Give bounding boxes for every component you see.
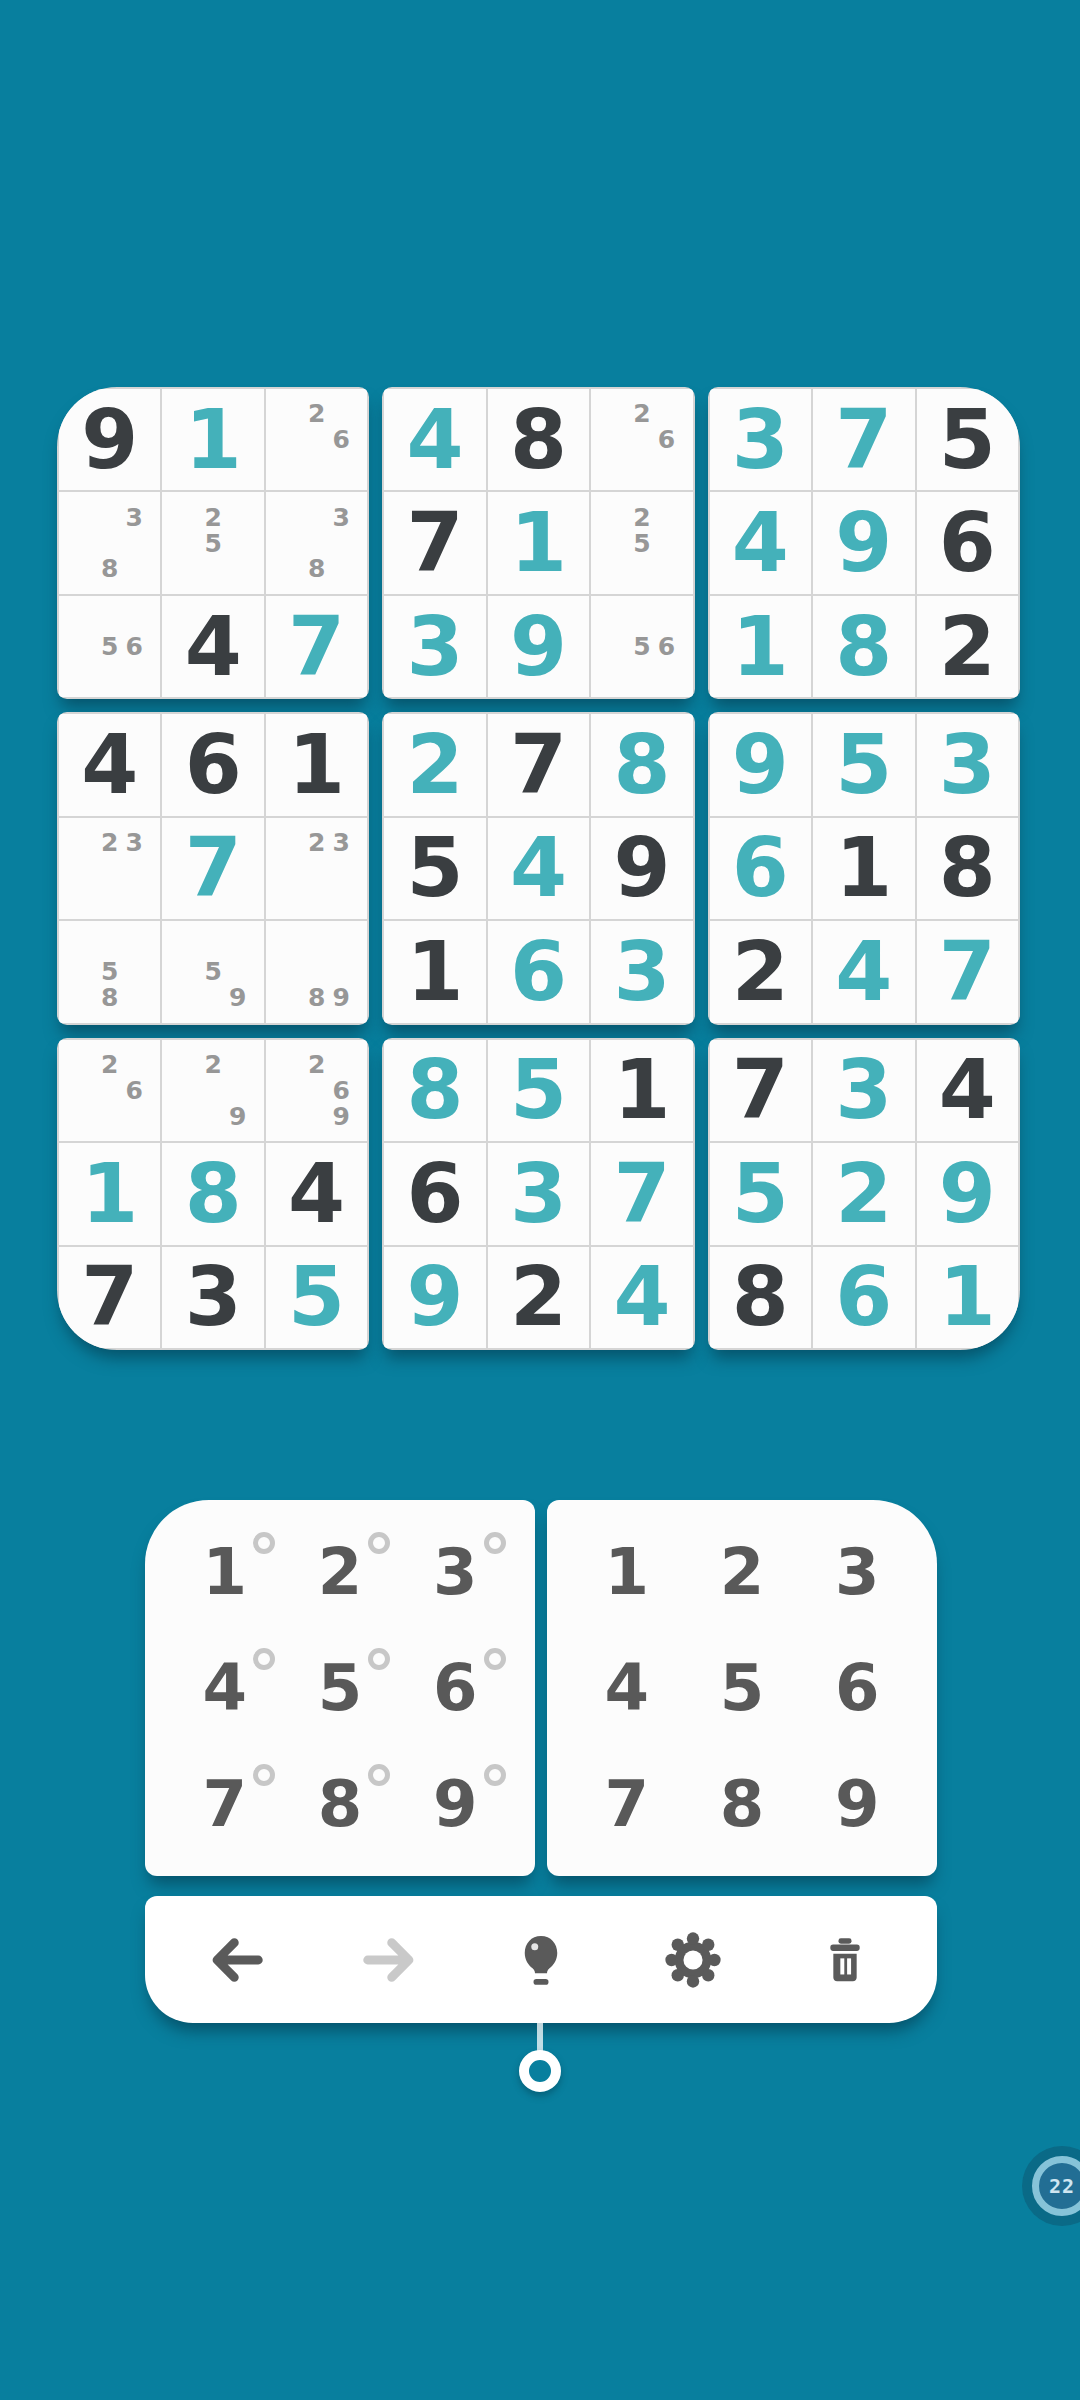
entered-digit: 3 (732, 399, 789, 481)
cell-r3c5[interactable]: 9 (488, 596, 589, 697)
note-slot-2: 2 (97, 1052, 121, 1078)
key-content: 6 (835, 1656, 880, 1720)
given-digit: 6 (185, 724, 242, 806)
pencil-notes: 58 (59, 921, 160, 1022)
number-key-7[interactable]: 7 (569, 1746, 684, 1862)
note-slot-9 (329, 881, 353, 907)
note-slot-9 (654, 453, 678, 479)
note-slot-4 (73, 1077, 97, 1103)
note-slot-5: 5 (630, 634, 654, 660)
key-content: 8 (318, 1772, 363, 1836)
note-slot-4 (73, 634, 97, 660)
given-digit: 4 (81, 724, 138, 806)
given-digit: 2 (732, 931, 789, 1013)
cell-r9c3[interactable]: 5 (266, 1247, 367, 1348)
note-slot-3 (654, 608, 678, 634)
key-content: 2 (318, 1540, 363, 1604)
cell-r7c7[interactable]: 7 (710, 1040, 811, 1141)
note-slot-3: 3 (329, 830, 353, 856)
note-slot-3: 3 (329, 504, 353, 530)
number-key-2[interactable]: 2 (684, 1514, 799, 1630)
cell-r5c8[interactable]: 1 (813, 818, 914, 919)
note-slot-3 (225, 933, 249, 959)
note-slot-8 (630, 660, 654, 686)
note-slot-5 (304, 959, 328, 985)
note-ring-icon (368, 1648, 390, 1670)
cell-r4c5[interactable]: 7 (488, 714, 589, 815)
key-content: 1 (202, 1540, 247, 1604)
number-key-9[interactable]: 9 (800, 1746, 915, 1862)
cell-r8c7[interactable]: 5 (710, 1143, 811, 1244)
toolbar (145, 1896, 937, 2023)
note-slot-2: 2 (201, 1052, 225, 1078)
cell-r5c2[interactable]: 7 (162, 818, 263, 919)
cell-r8c3[interactable]: 4 (266, 1143, 367, 1244)
cell-r9c4[interactable]: 9 (384, 1247, 485, 1348)
cell-r2c1[interactable]: 38 (59, 492, 160, 593)
note-slot-7 (73, 881, 97, 907)
note-slot-5 (201, 1077, 225, 1103)
box-3: 375496182 (708, 387, 1020, 699)
note-slot-1 (605, 504, 629, 530)
note-slot-1 (280, 933, 304, 959)
note-key-1[interactable]: 1 (167, 1514, 282, 1630)
cell-r3c2[interactable]: 4 (162, 596, 263, 697)
entered-digit: 8 (613, 724, 670, 806)
given-digit: 7 (407, 502, 464, 584)
cell-r7c3[interactable]: 269 (266, 1040, 367, 1141)
note-slot-5: 5 (630, 530, 654, 556)
note-slot-5: 5 (97, 959, 121, 985)
note-slot-8 (304, 1103, 328, 1129)
cell-r1c3[interactable]: 26 (266, 389, 367, 490)
note-ring-icon (253, 1764, 275, 1786)
cell-r1c2[interactable]: 1 (162, 389, 263, 490)
note-key-7[interactable]: 7 (167, 1746, 282, 1862)
cell-r7c1[interactable]: 26 (59, 1040, 160, 1141)
note-slot-3 (654, 401, 678, 427)
cell-r5c5[interactable]: 4 (488, 818, 589, 919)
key-content: 7 (202, 1772, 247, 1836)
given-digit: 3 (185, 1256, 242, 1338)
pencil-notes: 23 (266, 818, 367, 919)
note-slot-1 (73, 504, 97, 530)
note-slot-9: 9 (225, 1103, 249, 1129)
note-ring-icon (484, 1648, 506, 1670)
cell-r8c6[interactable]: 7 (591, 1143, 692, 1244)
given-digit: 1 (835, 827, 892, 909)
note-slot-2: 2 (304, 830, 328, 856)
note-slot-9 (122, 660, 146, 686)
number-key-3[interactable]: 3 (800, 1514, 915, 1630)
entered-digit: 5 (510, 1049, 567, 1131)
note-slot-8 (201, 1103, 225, 1129)
note-slot-6 (225, 530, 249, 556)
cell-r6c2[interactable]: 59 (162, 921, 263, 1022)
cell-r7c6[interactable]: 1 (591, 1040, 692, 1141)
note-slot-4 (280, 1077, 304, 1103)
note-slot-6 (654, 530, 678, 556)
cell-r3c1[interactable]: 56 (59, 596, 160, 697)
note-slot-1 (280, 1052, 304, 1078)
note-slot-2 (97, 608, 121, 634)
hint-button[interactable] (501, 1915, 581, 2005)
note-slot-8: 8 (97, 556, 121, 582)
note-slot-2 (97, 504, 121, 530)
box-9: 734529861 (708, 1038, 1020, 1350)
note-slot-6 (329, 530, 353, 556)
cell-r9c2[interactable]: 3 (162, 1247, 263, 1348)
note-slot-8 (97, 1103, 121, 1129)
note-slot-7 (280, 881, 304, 907)
cell-r2c3[interactable]: 38 (266, 492, 367, 593)
cell-r5c6[interactable]: 9 (591, 818, 692, 919)
cell-r6c7[interactable]: 2 (710, 921, 811, 1022)
entered-digit: 9 (835, 502, 892, 584)
note-slot-2 (304, 504, 328, 530)
entered-digit: 8 (407, 1049, 464, 1131)
cell-r5c1[interactable]: 23 (59, 818, 160, 919)
note-slot-3 (225, 1052, 249, 1078)
undo-arrow-icon (205, 1928, 269, 1992)
cell-r3c4[interactable]: 3 (384, 596, 485, 697)
lightbulb-icon (511, 1930, 571, 1990)
cell-r2c2[interactable]: 25 (162, 492, 263, 593)
cell-r8c8[interactable]: 2 (813, 1143, 914, 1244)
note-slot-3 (225, 504, 249, 530)
key-digit: 5 (720, 1651, 765, 1725)
cell-r2c6[interactable]: 25 (591, 492, 692, 593)
note-slot-2 (304, 933, 328, 959)
entered-digit: 5 (835, 724, 892, 806)
key-digit: 9 (433, 1767, 478, 1841)
undo-button[interactable] (197, 1915, 277, 2005)
cell-r4c8[interactable]: 5 (813, 714, 914, 815)
cell-r2c7[interactable]: 4 (710, 492, 811, 593)
note-slot-7 (280, 985, 304, 1011)
note-slot-5 (97, 856, 121, 882)
note-slot-7 (280, 556, 304, 582)
cell-r6c6[interactable]: 3 (591, 921, 692, 1022)
note-slot-6 (329, 856, 353, 882)
note-slot-1 (280, 504, 304, 530)
cell-r9c6[interactable]: 4 (591, 1247, 692, 1348)
entered-digit: 9 (407, 1256, 464, 1338)
entered-digit: 9 (510, 606, 567, 688)
note-slot-6: 6 (654, 634, 678, 660)
number-keypad: 123456789 (547, 1500, 937, 1876)
note-slot-7 (73, 660, 97, 686)
cell-r8c1[interactable]: 1 (59, 1143, 160, 1244)
note-slot-3 (122, 1052, 146, 1078)
note-slot-8 (201, 985, 225, 1011)
cell-r3c9[interactable]: 2 (917, 596, 1018, 697)
note-slot-7 (605, 660, 629, 686)
given-digit: 1 (613, 1049, 670, 1131)
note-slot-4 (280, 959, 304, 985)
cell-r1c1[interactable]: 9 (59, 389, 160, 490)
number-key-8[interactable]: 8 (684, 1746, 799, 1862)
entered-digit: 4 (613, 1256, 670, 1338)
entered-digit: 1 (81, 1153, 138, 1235)
note-ring-icon (253, 1532, 275, 1554)
pencil-notes: 25 (591, 492, 692, 593)
pencil-notes: 26 (266, 389, 367, 490)
cell-r4c1[interactable]: 4 (59, 714, 160, 815)
cell-r9c9[interactable]: 1 (917, 1247, 1018, 1348)
note-slot-8 (201, 556, 225, 582)
note-slot-3 (654, 504, 678, 530)
key-digit: 4 (604, 1651, 649, 1725)
note-slot-3 (329, 1052, 353, 1078)
note-slot-6: 6 (329, 427, 353, 453)
key-digit: 9 (835, 1767, 880, 1841)
key-content: 2 (720, 1540, 765, 1604)
floating-overlay-badge[interactable]: 22 (1032, 2156, 1080, 2216)
note-slot-7 (605, 556, 629, 582)
cell-r9c8[interactable]: 6 (813, 1247, 914, 1348)
entered-digit: 3 (835, 1049, 892, 1131)
given-digit: 7 (81, 1256, 138, 1338)
box-8: 851637924 (382, 1038, 694, 1350)
cell-r4c6[interactable]: 8 (591, 714, 692, 815)
redo-arrow-icon (357, 1928, 421, 1992)
given-digit: 2 (510, 1256, 567, 1338)
note-slot-6: 6 (122, 1077, 146, 1103)
key-content: 3 (433, 1540, 478, 1604)
cell-r4c9[interactable]: 3 (917, 714, 1018, 815)
entered-digit: 8 (835, 606, 892, 688)
key-content: 9 (433, 1772, 478, 1836)
note-slot-4 (73, 530, 97, 556)
cell-r3c6[interactable]: 56 (591, 596, 692, 697)
entered-digit: 4 (510, 827, 567, 909)
box-4: 46123723585989 (57, 712, 369, 1024)
note-slot-9 (122, 985, 146, 1011)
note-slot-6 (122, 959, 146, 985)
given-digit: 9 (81, 399, 138, 481)
key-digit: 8 (720, 1767, 765, 1841)
note-slot-4 (280, 427, 304, 453)
box-6: 953618247 (708, 712, 1020, 1024)
note-key-3[interactable]: 3 (398, 1514, 513, 1630)
entered-digit: 2 (407, 724, 464, 806)
note-slot-3: 3 (122, 830, 146, 856)
cell-r9c7[interactable]: 8 (710, 1247, 811, 1348)
key-content: 9 (835, 1772, 880, 1836)
note-key-2[interactable]: 2 (282, 1514, 397, 1630)
key-digit: 3 (433, 1535, 478, 1609)
cell-r7c4[interactable]: 8 (384, 1040, 485, 1141)
note-slot-8 (630, 556, 654, 582)
key-content: 7 (604, 1772, 649, 1836)
note-slot-6: 6 (654, 427, 678, 453)
key-digit: 1 (604, 1535, 649, 1609)
note-slot-3: 3 (122, 504, 146, 530)
note-slot-1 (280, 401, 304, 427)
note-slot-6: 6 (329, 1077, 353, 1103)
cell-r6c5[interactable]: 6 (488, 921, 589, 1022)
note-slot-7 (280, 1103, 304, 1129)
entered-digit: 1 (939, 1256, 996, 1338)
given-digit: 5 (407, 827, 464, 909)
number-key-6[interactable]: 6 (800, 1630, 915, 1746)
note-slot-6 (122, 856, 146, 882)
note-key-9[interactable]: 9 (398, 1746, 513, 1862)
note-slot-7 (73, 1103, 97, 1129)
pencil-notes: 29 (162, 1040, 263, 1141)
cell-r7c2[interactable]: 29 (162, 1040, 263, 1141)
cell-r2c4[interactable]: 7 (384, 492, 485, 593)
cell-r6c4[interactable]: 1 (384, 921, 485, 1022)
cell-r8c2[interactable]: 8 (162, 1143, 263, 1244)
redo-button[interactable] (349, 1915, 429, 2005)
number-key-5[interactable]: 5 (684, 1630, 799, 1746)
cell-r5c4[interactable]: 5 (384, 818, 485, 919)
note-key-4[interactable]: 4 (167, 1630, 282, 1746)
note-key-5[interactable]: 5 (282, 1630, 397, 1746)
cell-r9c5[interactable]: 2 (488, 1247, 589, 1348)
given-digit: 8 (510, 399, 567, 481)
cell-r1c5[interactable]: 8 (488, 389, 589, 490)
cell-r8c9[interactable]: 9 (917, 1143, 1018, 1244)
drawer-handle[interactable] (519, 2050, 561, 2092)
entered-digit: 7 (185, 827, 242, 909)
cell-r7c9[interactable]: 4 (917, 1040, 1018, 1141)
cell-r1c4[interactable]: 4 (384, 389, 485, 490)
entered-digit: 1 (510, 502, 567, 584)
cell-r5c9[interactable]: 8 (917, 818, 1018, 919)
note-slot-8 (304, 881, 328, 907)
note-slot-5 (97, 1077, 121, 1103)
cell-r6c9[interactable]: 7 (917, 921, 1018, 1022)
note-slot-7 (280, 453, 304, 479)
note-slot-6 (122, 530, 146, 556)
note-slot-5 (304, 427, 328, 453)
cell-r4c3[interactable]: 1 (266, 714, 367, 815)
note-ring-icon (253, 1648, 275, 1670)
cell-r1c9[interactable]: 5 (917, 389, 1018, 490)
entered-digit: 2 (835, 1153, 892, 1235)
cell-r9c1[interactable]: 7 (59, 1247, 160, 1348)
cell-r4c4[interactable]: 2 (384, 714, 485, 815)
note-slot-2: 2 (97, 830, 121, 856)
note-slot-1 (73, 830, 97, 856)
cell-r3c7[interactable]: 1 (710, 596, 811, 697)
cell-r8c4[interactable]: 6 (384, 1143, 485, 1244)
entered-digit: 6 (835, 1256, 892, 1338)
note-slot-7 (176, 556, 200, 582)
given-digit: 7 (732, 1049, 789, 1131)
note-slot-1 (605, 401, 629, 427)
number-key-4[interactable]: 4 (569, 1630, 684, 1746)
cell-r3c8[interactable]: 8 (813, 596, 914, 697)
box-7: 2629269184735 (57, 1038, 369, 1350)
settings-button[interactable] (653, 1915, 733, 2005)
cell-r1c6[interactable]: 26 (591, 389, 692, 490)
note-slot-1 (176, 933, 200, 959)
entered-digit: 4 (835, 931, 892, 1013)
cell-r5c3[interactable]: 23 (266, 818, 367, 919)
note-slot-5 (304, 530, 328, 556)
note-ring-icon (368, 1764, 390, 1786)
key-digit: 5 (318, 1651, 363, 1725)
note-key-6[interactable]: 6 (398, 1630, 513, 1746)
key-digit: 2 (720, 1535, 765, 1609)
note-slot-9: 9 (329, 1103, 353, 1129)
note-slot-4 (73, 959, 97, 985)
cell-r7c8[interactable]: 3 (813, 1040, 914, 1141)
cell-r2c5[interactable]: 1 (488, 492, 589, 593)
entered-digit: 1 (732, 606, 789, 688)
cell-r2c8[interactable]: 9 (813, 492, 914, 593)
note-slot-2 (97, 933, 121, 959)
pencil-notes: 56 (59, 596, 160, 697)
entered-digit: 4 (732, 502, 789, 584)
note-slot-9 (122, 881, 146, 907)
erase-button[interactable] (805, 1915, 885, 2005)
note-slot-8 (97, 881, 121, 907)
note-slot-5 (304, 1077, 328, 1103)
pencil-notes: 26 (591, 389, 692, 490)
number-key-1[interactable]: 1 (569, 1514, 684, 1630)
note-slot-4 (605, 530, 629, 556)
pencil-notes: 38 (266, 492, 367, 593)
key-content: 8 (720, 1772, 765, 1836)
note-slot-7 (73, 985, 97, 1011)
cell-r6c3[interactable]: 89 (266, 921, 367, 1022)
note-key-8[interactable]: 8 (282, 1746, 397, 1862)
note-slot-3 (329, 933, 353, 959)
note-slot-5 (97, 530, 121, 556)
note-slot-1 (73, 608, 97, 634)
note-slot-5: 5 (201, 959, 225, 985)
cell-r5c7[interactable]: 6 (710, 818, 811, 919)
note-slot-9 (329, 556, 353, 582)
cell-r1c7[interactable]: 3 (710, 389, 811, 490)
entered-digit: 3 (939, 724, 996, 806)
cell-r3c3[interactable]: 7 (266, 596, 367, 697)
cell-r7c5[interactable]: 5 (488, 1040, 589, 1141)
cell-r8c5[interactable]: 3 (488, 1143, 589, 1244)
entered-digit: 1 (185, 399, 242, 481)
note-slot-4 (73, 856, 97, 882)
note-ring-icon (484, 1532, 506, 1554)
box-5: 278549163 (382, 712, 694, 1024)
note-slot-8: 8 (304, 556, 328, 582)
entered-digit: 3 (407, 606, 464, 688)
entered-digit: 9 (939, 1153, 996, 1235)
cell-r1c8[interactable]: 7 (813, 389, 914, 490)
key-digit: 3 (835, 1535, 880, 1609)
pencil-notes: 23 (59, 818, 160, 919)
key-digit: 6 (433, 1651, 478, 1725)
cell-r6c1[interactable]: 58 (59, 921, 160, 1022)
note-slot-2: 2 (304, 1052, 328, 1078)
note-slot-6 (329, 959, 353, 985)
entered-digit: 3 (510, 1153, 567, 1235)
cell-r4c7[interactable]: 9 (710, 714, 811, 815)
note-slot-1 (280, 830, 304, 856)
note-slot-4 (280, 530, 304, 556)
entered-digit: 6 (732, 827, 789, 909)
cell-r6c8[interactable]: 4 (813, 921, 914, 1022)
note-slot-8 (304, 453, 328, 479)
cell-r2c9[interactable]: 6 (917, 492, 1018, 593)
key-content: 5 (318, 1656, 363, 1720)
cell-r4c2[interactable]: 6 (162, 714, 263, 815)
note-slot-2: 2 (630, 401, 654, 427)
